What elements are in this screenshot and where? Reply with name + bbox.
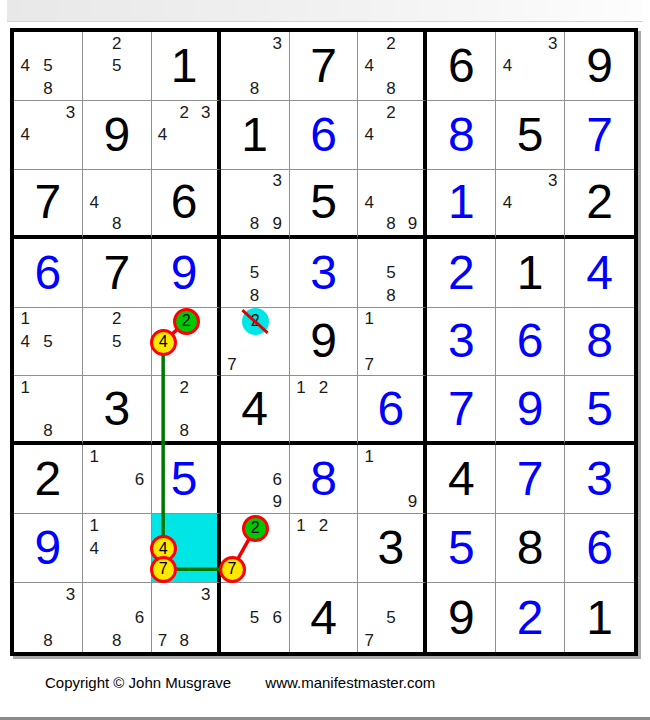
cand-r3c6-9: 9 — [402, 213, 424, 235]
cell-r8c6[interactable]: 3 — [358, 514, 427, 583]
cell-r3c6[interactable]: 489 — [358, 170, 427, 239]
value-r5c5: 9 — [290, 308, 358, 376]
cand-r7c2-1: 1 — [83, 445, 106, 468]
cell-r9c7[interactable]: 9 — [427, 583, 496, 652]
cell-r8c7[interactable]: 5 — [427, 514, 496, 583]
cell-r2c3[interactable]: 234 — [152, 101, 221, 170]
cand-r1c1-8: 8 — [37, 77, 60, 100]
cell-r6c3[interactable]: 28 — [152, 376, 221, 445]
cell-r4c7[interactable]: 2 — [427, 239, 496, 308]
value-r4c5: 3 — [290, 239, 358, 307]
cand-r5c2-5: 5 — [106, 330, 129, 353]
cand-r3c2-4: 4 — [83, 191, 106, 213]
cell-r8c5[interactable]: 12 — [290, 514, 359, 583]
cell-r2c6[interactable]: 24 — [358, 101, 427, 170]
value-r5c9: 8 — [565, 308, 634, 376]
cell-r4c8[interactable]: 1 — [496, 239, 565, 308]
value-r5c8: 6 — [496, 308, 564, 376]
value-r7c1: 2 — [14, 445, 82, 513]
cand-r9c3-7: 7 — [152, 629, 174, 652]
cell-r1c3[interactable]: 1 — [152, 32, 221, 101]
cell-r9c9[interactable]: 1 — [565, 583, 634, 652]
cand-r9c4-5: 5 — [243, 606, 266, 629]
value-r3c1: 7 — [14, 170, 82, 235]
window-titlebar — [7, 0, 643, 22]
cell-r9c2[interactable]: 68 — [83, 583, 152, 652]
cand-r3c4-3: 3 — [266, 170, 289, 192]
cell-r3c2[interactable]: 48 — [83, 170, 152, 239]
cand-r9c6-5: 5 — [380, 606, 402, 629]
value-r7c8: 7 — [496, 445, 564, 513]
cand-r2c3-2: 2 — [173, 101, 195, 124]
value-r7c9: 3 — [565, 445, 634, 513]
value-r1c7: 6 — [427, 32, 495, 100]
cell-r7c4[interactable]: 69 — [221, 445, 290, 514]
cand-r9c1-3: 3 — [59, 583, 82, 606]
cand-r6c1-8: 8 — [37, 420, 60, 442]
cell-r5c7[interactable]: 3 — [427, 308, 496, 377]
value-r7c3: 5 — [152, 445, 217, 513]
cell-r7c1[interactable]: 2 — [14, 445, 83, 514]
cand-r9c1-8: 8 — [37, 629, 60, 652]
value-r4c3: 9 — [152, 239, 217, 307]
value-r3c9: 2 — [565, 170, 634, 235]
cell-r7c2[interactable]: 16 — [83, 445, 152, 514]
cand-r4c6-8: 8 — [380, 284, 402, 307]
value-r8c6: 3 — [358, 514, 423, 582]
cell-r4c3[interactable]: 9 — [152, 239, 221, 308]
value-r2c2: 9 — [83, 101, 151, 169]
value-r3c7: 1 — [427, 170, 495, 235]
cell-r3c8[interactable]: 34 — [496, 170, 565, 239]
cand-r8c2-4: 4 — [83, 537, 106, 560]
value-r4c8: 1 — [496, 239, 564, 307]
cell-r5c3[interactable] — [152, 308, 221, 377]
cell-r5c1[interactable]: 145 — [14, 308, 83, 377]
value-r7c5: 8 — [290, 445, 358, 513]
cell-r2c8[interactable]: 5 — [496, 101, 565, 170]
cell-r9c1[interactable]: 38 — [14, 583, 83, 652]
value-r9c9: 1 — [565, 583, 634, 652]
cell-r7c9[interactable]: 3 — [565, 445, 634, 514]
value-r6c6: 6 — [358, 376, 423, 441]
cell-r2c2[interactable]: 9 — [83, 101, 152, 170]
cand-r3c4-8: 8 — [243, 213, 266, 235]
cell-r1c1[interactable]: 458 — [14, 32, 83, 101]
cell-r2c7[interactable]: 8 — [427, 101, 496, 170]
cell-r1c8[interactable]: 34 — [496, 32, 565, 101]
cell-r4c5[interactable]: 3 — [290, 239, 359, 308]
cell-r9c4[interactable]: 56 — [221, 583, 290, 652]
cell-r4c9[interactable]: 4 — [565, 239, 634, 308]
cand-r2c6-4: 4 — [358, 124, 380, 147]
value-r2c7: 8 — [427, 101, 495, 169]
cell-r7c6[interactable]: 19 — [358, 445, 427, 514]
cand-r1c6-8: 8 — [380, 77, 402, 100]
value-r1c3: 1 — [152, 32, 217, 100]
cand-r5c2-2: 2 — [106, 308, 129, 331]
sudoku-board-frame: 4582513872486349349234162485774863895489… — [10, 28, 638, 656]
cand-r3c8-4: 4 — [496, 191, 519, 213]
cand-r9c2-8: 8 — [106, 629, 129, 652]
cell-r3c1[interactable]: 7 — [14, 170, 83, 239]
cell-r8c8[interactable]: 8 — [496, 514, 565, 583]
cell-r6c7[interactable]: 7 — [427, 376, 496, 445]
cell-r7c3[interactable]: 5 — [152, 445, 221, 514]
cell-r7c7[interactable]: 4 — [427, 445, 496, 514]
cell-r1c4[interactable]: 38 — [221, 32, 290, 101]
cand-r9c4-6: 6 — [266, 606, 289, 629]
cell-r2c5[interactable]: 6 — [290, 101, 359, 170]
cell-r8c4[interactable] — [221, 514, 290, 583]
cand-r5c4-7: 7 — [221, 353, 244, 376]
cand-r7c4-9: 9 — [266, 491, 289, 514]
cand-r3c2-8: 8 — [106, 213, 129, 235]
value-r3c3: 6 — [152, 170, 217, 235]
value-r8c7: 5 — [427, 514, 495, 582]
cell-r3c3[interactable]: 6 — [152, 170, 221, 239]
cand-r8c5-2: 2 — [312, 514, 335, 537]
cell-r8c9[interactable]: 6 — [565, 514, 634, 583]
cell-r6c8[interactable]: 9 — [496, 376, 565, 445]
cand-r7c4-6: 6 — [266, 468, 289, 491]
cand-r2c3-4: 4 — [152, 124, 174, 147]
cand-r1c4-8: 8 — [243, 77, 266, 100]
cand-r6c1-1: 1 — [14, 376, 37, 398]
cell-r5c4[interactable]: 7 — [221, 308, 290, 377]
value-r1c5: 7 — [290, 32, 358, 100]
cand-r7c2-6: 6 — [128, 468, 151, 491]
cand-r1c4-3: 3 — [266, 32, 289, 55]
value-r5c7: 3 — [427, 308, 495, 376]
cell-r3c5[interactable]: 5 — [290, 170, 359, 239]
cand-r4c4-8: 8 — [243, 284, 266, 307]
cand-r6c5-2: 2 — [312, 376, 335, 398]
cell-r9c5[interactable]: 4 — [290, 583, 359, 652]
cand-r1c6-4: 4 — [358, 55, 380, 78]
cell-r4c4[interactable]: 58 — [221, 239, 290, 308]
cand-r1c2-2: 2 — [106, 32, 129, 55]
value-r1c9: 9 — [565, 32, 634, 100]
cand-r1c1-4: 4 — [14, 55, 37, 78]
cell-r7c5[interactable]: 8 — [290, 445, 359, 514]
cand-r9c3-8: 8 — [173, 629, 195, 652]
cell-r1c5[interactable]: 7 — [290, 32, 359, 101]
value-r2c9: 7 — [565, 101, 634, 169]
cand-r2c1-4: 4 — [14, 124, 37, 147]
cell-r6c9[interactable]: 5 — [565, 376, 634, 445]
cand-r5c1-1: 1 — [14, 308, 37, 331]
value-r2c4: 1 — [221, 101, 289, 169]
value-r9c5: 4 — [290, 583, 358, 652]
copyright-text: Copyright © John Musgrave — [45, 674, 231, 691]
cell-r6c5[interactable]: 12 — [290, 376, 359, 445]
value-r3c5: 5 — [290, 170, 358, 235]
cell-r3c9[interactable]: 2 — [565, 170, 634, 239]
cell-r6c6[interactable]: 6 — [358, 376, 427, 445]
cell-r3c4[interactable]: 389 — [221, 170, 290, 239]
cand-r2c6-2: 2 — [380, 101, 402, 124]
cand-r1c2-5: 5 — [106, 55, 129, 78]
value-r4c1: 6 — [14, 239, 82, 307]
cand-r4c6-5: 5 — [380, 261, 402, 284]
cand-r3c4-9: 9 — [266, 213, 289, 235]
cell-r7c8[interactable]: 7 — [496, 445, 565, 514]
cand-r3c8-3: 3 — [541, 170, 564, 192]
value-r9c8: 2 — [496, 583, 564, 652]
cell-r5c8[interactable]: 6 — [496, 308, 565, 377]
value-r6c7: 7 — [427, 376, 495, 441]
cand-r7c6-9: 9 — [402, 491, 424, 514]
value-r7c7: 4 — [427, 445, 495, 513]
cell-r6c4[interactable]: 4 — [221, 376, 290, 445]
value-r6c4: 4 — [221, 376, 289, 441]
cell-r2c9[interactable]: 7 — [565, 101, 634, 170]
cell-r5c5[interactable]: 9 — [290, 308, 359, 377]
cand-r3c6-8: 8 — [380, 213, 402, 235]
value-r4c7: 2 — [427, 239, 495, 307]
value-r9c7: 9 — [427, 583, 495, 652]
value-r2c8: 5 — [496, 101, 564, 169]
sudoku-board: 4582513872486349349234162485774863895489… — [14, 32, 634, 652]
cell-r5c9[interactable]: 8 — [565, 308, 634, 377]
cand-r4c4-5: 5 — [243, 261, 266, 284]
cand-r1c1-5: 5 — [37, 55, 60, 78]
cand-r5c6-1: 1 — [358, 308, 380, 331]
cand-r1c8-4: 4 — [496, 55, 519, 78]
value-r4c9: 4 — [565, 239, 634, 307]
cand-r2c3-3: 3 — [195, 101, 217, 124]
cell-r6c2[interactable]: 3 — [83, 376, 152, 445]
cand-r9c2-6: 6 — [128, 606, 151, 629]
cell-r9c3[interactable]: 378 — [152, 583, 221, 652]
value-r6c2: 3 — [83, 376, 151, 441]
cand-r2c1-3: 3 — [59, 101, 82, 124]
cand-r8c5-1: 1 — [290, 514, 313, 537]
cell-r8c3[interactable] — [152, 514, 221, 583]
footer: Copyright © John Musgrave www.manifestma… — [45, 674, 435, 691]
cand-r8c2-1: 1 — [83, 514, 106, 537]
cand-r1c8-3: 3 — [541, 32, 564, 55]
cand-r6c3-2: 2 — [173, 376, 195, 398]
website-text: www.manifestmaster.com — [265, 674, 435, 691]
cand-r1c6-2: 2 — [380, 32, 402, 55]
value-r6c9: 5 — [565, 376, 634, 441]
value-r4c2: 7 — [83, 239, 151, 307]
value-r8c1: 9 — [14, 514, 82, 582]
cell-r5c2[interactable]: 25 — [83, 308, 152, 377]
cand-r6c3-8: 8 — [173, 420, 195, 442]
cell-r3c7[interactable]: 1 — [427, 170, 496, 239]
cell-r9c8[interactable]: 2 — [496, 583, 565, 652]
cell-r2c1[interactable]: 34 — [14, 101, 83, 170]
cand-r5c1-5: 5 — [37, 330, 60, 353]
cell-r1c2[interactable]: 25 — [83, 32, 152, 101]
cell-r8c1[interactable]: 9 — [14, 514, 83, 583]
value-r6c8: 9 — [496, 376, 564, 441]
cand-r9c6-7: 7 — [358, 629, 380, 652]
cell-r5c6[interactable]: 17 — [358, 308, 427, 377]
cell-r1c9[interactable]: 9 — [565, 32, 634, 101]
cand-r6c5-1: 1 — [290, 376, 313, 398]
cell-r8c2[interactable]: 14 — [83, 514, 152, 583]
value-r2c5: 6 — [290, 101, 358, 169]
cell-r1c7[interactable]: 6 — [427, 32, 496, 101]
cand-r5c1-4: 4 — [14, 330, 37, 353]
cand-r9c3-3: 3 — [195, 583, 217, 606]
cand-r5c6-7: 7 — [358, 353, 380, 376]
cell-r4c6[interactable]: 58 — [358, 239, 427, 308]
cell-r4c2[interactable]: 7 — [83, 239, 152, 308]
value-r8c9: 6 — [565, 514, 634, 582]
cand-r7c6-1: 1 — [358, 445, 380, 468]
cell-r4c1[interactable]: 6 — [14, 239, 83, 308]
cell-r2c4[interactable]: 1 — [221, 101, 290, 170]
cell-r6c1[interactable]: 18 — [14, 376, 83, 445]
cand-r3c6-4: 4 — [358, 191, 380, 213]
cell-r1c6[interactable]: 248 — [358, 32, 427, 101]
value-r8c8: 8 — [496, 514, 564, 582]
cell-r9c6[interactable]: 57 — [358, 583, 427, 652]
